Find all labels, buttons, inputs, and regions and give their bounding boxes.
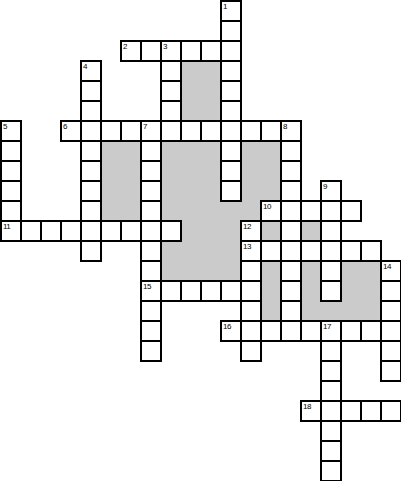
- shaded-cell: [260, 160, 280, 180]
- shaded-cell: [180, 160, 200, 180]
- cell-r14c11[interactable]: [220, 280, 242, 302]
- shaded-cell: [240, 160, 260, 180]
- cell-r13c14[interactable]: [280, 260, 302, 282]
- shaded-cell: [160, 260, 180, 280]
- cell-r2c11[interactable]: [220, 40, 242, 62]
- cell-r19c16[interactable]: [320, 380, 342, 402]
- cell-r7c14[interactable]: [280, 140, 302, 162]
- cell-r11c1[interactable]: [20, 220, 42, 242]
- cell-r16c16[interactable]: 17: [320, 320, 342, 342]
- cell-r16c7[interactable]: [140, 320, 162, 342]
- cell-r10c7[interactable]: [140, 200, 162, 222]
- cell-r7c4[interactable]: [80, 140, 102, 162]
- shaded-cell: [200, 160, 220, 180]
- cell-r12c13[interactable]: [260, 240, 282, 262]
- shaded-cell: [180, 180, 200, 200]
- shaded-cell: [360, 300, 380, 320]
- cell-r9c11[interactable]: [220, 180, 242, 202]
- cell-r2c10[interactable]: [200, 40, 222, 62]
- shaded-cell: [360, 280, 380, 300]
- shaded-cell: [100, 160, 120, 180]
- cell-r0c11[interactable]: 1: [220, 0, 242, 22]
- cell-r16c18[interactable]: [360, 320, 382, 342]
- shaded-cell: [160, 160, 180, 180]
- cell-r10c16[interactable]: [320, 200, 342, 222]
- cell-r12c7[interactable]: [140, 240, 162, 262]
- cell-r9c0[interactable]: [0, 180, 22, 202]
- cell-r11c4[interactable]: [80, 220, 102, 242]
- clue-number: 2: [123, 42, 127, 51]
- cell-r13c12[interactable]: [240, 260, 262, 282]
- shaded-cell: [200, 80, 220, 100]
- shaded-cell: [180, 200, 200, 220]
- clue-number: 14: [383, 262, 391, 271]
- cell-r11c8[interactable]: [160, 220, 182, 242]
- cell-r3c11[interactable]: [220, 60, 242, 82]
- cell-r6c12[interactable]: [240, 120, 262, 142]
- clue-number: 1: [223, 2, 227, 11]
- cell-r6c14[interactable]: 8: [280, 120, 302, 142]
- cell-r11c5[interactable]: [100, 220, 122, 242]
- shaded-cell: [260, 220, 280, 240]
- cell-r5c8[interactable]: [160, 100, 182, 122]
- clue-number: 10: [263, 202, 271, 211]
- cell-r14c7[interactable]: 15: [140, 280, 162, 302]
- cell-r14c10[interactable]: [200, 280, 222, 302]
- cell-r1c11[interactable]: [220, 20, 242, 42]
- cell-r4c4[interactable]: [80, 80, 102, 102]
- shaded-cell: [200, 200, 220, 220]
- shaded-cell: [100, 140, 120, 160]
- shaded-cell: [240, 140, 260, 160]
- shaded-cell: [300, 300, 320, 320]
- shaded-cell: [120, 160, 140, 180]
- cell-r2c7[interactable]: [140, 40, 162, 62]
- cell-r8c11[interactable]: [220, 160, 242, 182]
- shaded-cell: [200, 220, 220, 240]
- cell-r20c15[interactable]: 18: [300, 400, 322, 422]
- cell-r16c11[interactable]: 16: [220, 320, 242, 342]
- cell-r14c16[interactable]: [320, 280, 342, 302]
- cell-r8c4[interactable]: [80, 160, 102, 182]
- cell-r6c9[interactable]: [180, 120, 202, 142]
- shaded-cell: [100, 180, 120, 200]
- clue-number: 9: [323, 182, 327, 191]
- cell-r16c19[interactable]: [380, 320, 401, 342]
- cell-r7c11[interactable]: [220, 140, 242, 162]
- cell-r11c7[interactable]: [140, 220, 162, 242]
- clue-number: 17: [323, 322, 331, 331]
- shaded-cell: [260, 140, 280, 160]
- cell-r7c7[interactable]: [140, 140, 162, 162]
- shaded-cell: [180, 220, 200, 240]
- cell-r5c11[interactable]: [220, 100, 242, 122]
- cell-r18c16[interactable]: [320, 360, 342, 382]
- clue-number: 16: [223, 322, 231, 331]
- cell-r2c8[interactable]: 3: [160, 40, 182, 62]
- cell-r11c16[interactable]: [320, 220, 342, 242]
- shaded-cell: [160, 140, 180, 160]
- cell-r8c7[interactable]: [140, 160, 162, 182]
- cell-r10c4[interactable]: [80, 200, 102, 222]
- shaded-cell: [200, 180, 220, 200]
- cell-r6c11[interactable]: [220, 120, 242, 142]
- clue-number: 6: [63, 122, 67, 131]
- cell-r9c4[interactable]: [80, 180, 102, 202]
- clue-number: 8: [283, 122, 287, 131]
- cell-r16c14[interactable]: [280, 320, 302, 342]
- shaded-cell: [260, 280, 280, 300]
- shaded-cell: [320, 300, 340, 320]
- cell-r3c8[interactable]: [160, 60, 182, 82]
- cell-r6c5[interactable]: [100, 120, 122, 142]
- cell-r10c15[interactable]: [300, 200, 322, 222]
- clue-number: 15: [143, 282, 151, 291]
- shaded-cell: [200, 140, 220, 160]
- cell-r20c17[interactable]: [340, 400, 362, 422]
- cell-r3c4[interactable]: 4: [80, 60, 102, 82]
- cell-r14c14[interactable]: [280, 280, 302, 302]
- cell-r9c16[interactable]: 9: [320, 180, 342, 202]
- clue-number: 5: [3, 122, 7, 131]
- cell-r15c12[interactable]: [240, 300, 262, 322]
- cell-r9c7[interactable]: [140, 180, 162, 202]
- cell-r7c0[interactable]: [0, 140, 22, 162]
- cell-r15c19[interactable]: [380, 300, 401, 322]
- shaded-cell: [340, 280, 360, 300]
- cell-r8c0[interactable]: [0, 160, 22, 182]
- shaded-cell: [200, 240, 220, 260]
- cell-r17c7[interactable]: [140, 340, 162, 362]
- shaded-cell: [180, 140, 200, 160]
- cell-r14c12[interactable]: [240, 280, 262, 302]
- cell-r5c4[interactable]: [80, 100, 102, 122]
- cell-r11c12[interactable]: 12: [240, 220, 262, 242]
- cell-r12c17[interactable]: [340, 240, 362, 262]
- cell-r12c16[interactable]: [320, 240, 342, 262]
- clue-number: 4: [83, 62, 87, 71]
- cell-r11c3[interactable]: [60, 220, 82, 242]
- cell-r11c6[interactable]: [120, 220, 142, 242]
- shaded-cell: [180, 100, 200, 120]
- shaded-cell: [220, 240, 240, 260]
- clue-number: 3: [163, 42, 167, 51]
- clue-number: 18: [303, 402, 311, 411]
- shaded-cell: [160, 180, 180, 200]
- shaded-cell: [300, 280, 320, 300]
- cell-r20c16[interactable]: [320, 400, 342, 422]
- shaded-cell: [120, 140, 140, 160]
- shaded-cell: [360, 260, 380, 280]
- shaded-cell: [180, 80, 200, 100]
- clue-number: 7: [143, 122, 147, 131]
- cell-r17c19[interactable]: [380, 340, 401, 362]
- shaded-cell: [260, 260, 280, 280]
- cell-r6c3[interactable]: 6: [60, 120, 82, 142]
- cell-r20c18[interactable]: [360, 400, 382, 422]
- cell-r6c13[interactable]: [260, 120, 282, 142]
- cell-r4c11[interactable]: [220, 80, 242, 102]
- shaded-cell: [220, 220, 240, 240]
- shaded-cell: [100, 200, 120, 220]
- cell-r10c17[interactable]: [340, 200, 362, 222]
- clue-number: 11: [3, 222, 10, 231]
- cell-r12c12[interactable]: 13: [240, 240, 262, 262]
- cell-r4c8[interactable]: [160, 80, 182, 102]
- shaded-cell: [200, 100, 220, 120]
- shaded-cell: [240, 180, 260, 200]
- clue-number: 12: [243, 222, 251, 231]
- shaded-cell: [200, 260, 220, 280]
- cell-r22c16[interactable]: [320, 440, 342, 462]
- cell-r10c13[interactable]: 10: [260, 200, 282, 222]
- shaded-cell: [240, 200, 260, 220]
- cell-r16c17[interactable]: [340, 320, 362, 342]
- shaded-cell: [160, 200, 180, 220]
- cell-r17c12[interactable]: [240, 340, 262, 362]
- cell-r16c15[interactable]: [300, 320, 322, 342]
- cell-r12c15[interactable]: [300, 240, 322, 262]
- cell-r10c14[interactable]: [280, 200, 302, 222]
- cell-r16c12[interactable]: [240, 320, 262, 342]
- cell-r17c16[interactable]: [320, 340, 342, 362]
- cell-r13c19[interactable]: 14: [380, 260, 401, 282]
- cell-r15c7[interactable]: [140, 300, 162, 322]
- cell-r12c14[interactable]: [280, 240, 302, 262]
- cell-r11c0[interactable]: 11: [0, 220, 22, 242]
- cell-r12c18[interactable]: [360, 240, 382, 262]
- cell-r2c9[interactable]: [180, 40, 202, 62]
- clue-number: 13: [243, 242, 251, 251]
- shaded-cell: [120, 180, 140, 200]
- cell-r6c8[interactable]: [160, 120, 182, 142]
- shaded-cell: [340, 260, 360, 280]
- shaded-cell: [220, 260, 240, 280]
- cell-r9c14[interactable]: [280, 180, 302, 202]
- shaded-cell: [180, 60, 200, 80]
- shaded-cell: [300, 260, 320, 280]
- cell-r11c14[interactable]: [280, 220, 302, 242]
- shaded-cell: [120, 200, 140, 220]
- cell-r20c19[interactable]: [380, 400, 401, 422]
- shaded-cell: [160, 240, 180, 260]
- cell-r15c14[interactable]: [280, 300, 302, 322]
- cell-r23c16[interactable]: [320, 460, 342, 481]
- shaded-cell: [200, 60, 220, 80]
- shaded-cell: [180, 240, 200, 260]
- cell-r11c2[interactable]: [40, 220, 62, 242]
- shaded-cell: [180, 260, 200, 280]
- cell-r14c9[interactable]: [180, 280, 202, 302]
- cell-r6c6[interactable]: [120, 120, 142, 142]
- cell-r14c8[interactable]: [160, 280, 182, 302]
- cell-r2c6[interactable]: 2: [120, 40, 142, 62]
- cell-r16c13[interactable]: [260, 320, 282, 342]
- cell-r10c0[interactable]: [0, 200, 22, 222]
- cell-r6c7[interactable]: 7: [140, 120, 162, 142]
- crossword-board: 123456789101112131415161718: [0, 0, 401, 481]
- cell-r6c4[interactable]: [80, 120, 102, 142]
- cell-r6c0[interactable]: 5: [0, 120, 22, 142]
- shaded-cell: [300, 220, 320, 240]
- shaded-cell: [260, 180, 280, 200]
- shaded-cell: [220, 200, 240, 220]
- cell-r12c4[interactable]: [80, 240, 102, 262]
- shaded-cell: [260, 300, 280, 320]
- cell-r13c7[interactable]: [140, 260, 162, 282]
- cell-r21c16[interactable]: [320, 420, 342, 442]
- cell-r6c10[interactable]: [200, 120, 222, 142]
- cell-r14c19[interactable]: [380, 280, 401, 302]
- cell-r18c19[interactable]: [380, 360, 401, 382]
- cell-r8c14[interactable]: [280, 160, 302, 182]
- cell-r13c16[interactable]: [320, 260, 342, 282]
- shaded-cell: [340, 300, 360, 320]
